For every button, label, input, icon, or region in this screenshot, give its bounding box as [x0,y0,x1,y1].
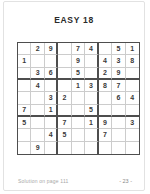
sudoku-cell-r5c3[interactable]: 3 [45,92,58,104]
sudoku-cell-r2c3[interactable] [45,55,58,67]
sudoku-cell-r7c9[interactable]: 3 [126,117,139,129]
sudoku-cell-r7c7[interactable]: 9 [99,117,112,129]
sudoku-cell-r5c6[interactable] [85,92,98,104]
sudoku-cell-r4c1[interactable] [18,80,31,92]
sudoku-grid: 2974511943836529413873264715571934579 [17,42,140,155]
sudoku-cell-r4c8[interactable]: 7 [112,80,125,92]
sudoku-cell-r2c1[interactable]: 1 [18,55,31,67]
sudoku-cell-r1c4[interactable] [58,43,71,55]
sudoku-cell-r8c8[interactable] [112,129,125,141]
sudoku-cell-r3c7[interactable]: 2 [99,68,112,80]
sudoku-cell-r3c6[interactable] [85,68,98,80]
sudoku-cell-r7c6[interactable]: 1 [85,117,98,129]
sudoku-cell-r9c9[interactable] [126,142,139,154]
sudoku-cell-r6c9[interactable] [126,105,139,117]
sudoku-cell-r1c3[interactable]: 9 [45,43,58,55]
sudoku-cell-r6c8[interactable] [112,105,125,117]
book-page: EASY 18 29745119438365294138732647155719… [3,1,145,191]
sudoku-cell-r7c2[interactable] [31,117,44,129]
sudoku-cell-r9c3[interactable] [45,142,58,154]
sudoku-cell-r8c9[interactable] [126,129,139,141]
sudoku-cell-r3c5[interactable]: 5 [72,68,85,80]
sudoku-cell-r1c9[interactable]: 1 [126,43,139,55]
sudoku-cell-r5c2[interactable] [31,92,44,104]
sudoku-cell-r4c7[interactable]: 8 [99,80,112,92]
sudoku-cell-r1c1[interactable] [18,43,31,55]
sudoku-cell-r7c8[interactable] [112,117,125,129]
sudoku-cell-r2c5[interactable]: 9 [72,55,85,67]
sudoku-cell-r5c8[interactable]: 6 [112,92,125,104]
sudoku-cell-r8c6[interactable] [85,129,98,141]
sudoku-cell-r4c6[interactable]: 3 [85,80,98,92]
sudoku-cell-r3c1[interactable] [18,68,31,80]
sudoku-cell-r4c3[interactable] [45,80,58,92]
sudoku-cell-r1c5[interactable]: 7 [72,43,85,55]
sudoku-cell-r9c5[interactable] [72,142,85,154]
sudoku-cell-r4c4[interactable] [58,80,71,92]
sudoku-cell-r8c5[interactable] [72,129,85,141]
puzzle-title: EASY 18 [4,15,144,25]
sudoku-cell-r5c5[interactable] [72,92,85,104]
sudoku-cell-r3c9[interactable] [126,68,139,80]
sudoku-cell-r8c3[interactable]: 4 [45,129,58,141]
sudoku-cell-r7c4[interactable]: 7 [58,117,71,129]
sudoku-cell-r3c2[interactable]: 3 [31,68,44,80]
sudoku-cell-r6c6[interactable]: 5 [85,105,98,117]
sudoku-cell-r8c2[interactable] [31,129,44,141]
sudoku-cell-r3c8[interactable]: 9 [112,68,125,80]
sudoku-cell-r1c6[interactable]: 4 [85,43,98,55]
sudoku-cell-r5c4[interactable]: 2 [58,92,71,104]
sudoku-cell-r7c1[interactable]: 5 [18,117,31,129]
sudoku-cell-r2c2[interactable] [31,55,44,67]
sudoku-cell-r4c9[interactable] [126,80,139,92]
sudoku-cell-r1c2[interactable]: 2 [31,43,44,55]
sudoku-cell-r9c2[interactable]: 9 [31,142,44,154]
sudoku-cell-r9c1[interactable] [18,142,31,154]
sudoku-cell-r3c3[interactable]: 6 [45,68,58,80]
sudoku-cell-r9c7[interactable] [99,142,112,154]
sudoku-cell-r4c5[interactable]: 1 [72,80,85,92]
sudoku-cell-r5c9[interactable]: 4 [126,92,139,104]
sudoku-cell-r5c7[interactable] [99,92,112,104]
sudoku-cell-r1c7[interactable] [99,43,112,55]
sudoku-cell-r9c6[interactable] [85,142,98,154]
sudoku-cell-r7c5[interactable] [72,117,85,129]
sudoku-cell-r7c3[interactable] [45,117,58,129]
sudoku-cell-r8c7[interactable]: 7 [99,129,112,141]
page-number: - 23 - [119,178,132,184]
sudoku-cell-r4c2[interactable]: 4 [31,80,44,92]
sudoku-cell-r8c1[interactable] [18,129,31,141]
sudoku-cell-r6c2[interactable] [31,105,44,117]
sudoku-cell-r8c4[interactable]: 5 [58,129,71,141]
sudoku-cell-r6c5[interactable] [72,105,85,117]
sudoku-cell-r9c8[interactable] [112,142,125,154]
sudoku-cell-r9c4[interactable] [58,142,71,154]
solution-reference: Solution on page 111 [18,178,69,184]
sudoku-cell-r2c7[interactable]: 4 [99,55,112,67]
sudoku-cell-r6c4[interactable] [58,105,71,117]
sudoku-cell-r2c6[interactable] [85,55,98,67]
sudoku-cell-r3c4[interactable] [58,68,71,80]
sudoku-cell-r2c8[interactable]: 3 [112,55,125,67]
sudoku-cell-r1c8[interactable]: 5 [112,43,125,55]
sudoku-cell-r2c9[interactable]: 8 [126,55,139,67]
sudoku-cell-r5c1[interactable] [18,92,31,104]
sudoku-cell-r6c3[interactable]: 1 [45,105,58,117]
sudoku-cell-r2c4[interactable] [58,55,71,67]
sudoku-cell-r6c7[interactable] [99,105,112,117]
sudoku-cell-r6c1[interactable]: 7 [18,105,31,117]
